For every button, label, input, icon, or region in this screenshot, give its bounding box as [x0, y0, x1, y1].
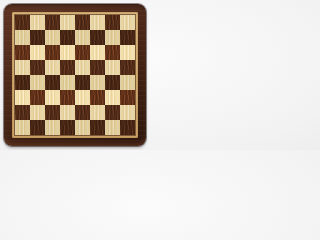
square-d6[interactable] [60, 45, 75, 60]
square-h1[interactable] [120, 120, 135, 135]
square-a2[interactable] [15, 105, 30, 120]
square-d5[interactable] [60, 60, 75, 75]
square-a6[interactable] [15, 45, 30, 60]
board-inner-border [12, 12, 138, 138]
square-c1[interactable] [45, 120, 60, 135]
square-b5[interactable] [30, 60, 45, 75]
square-h7[interactable] [120, 30, 135, 45]
square-d7[interactable] [60, 30, 75, 45]
square-b3[interactable] [30, 90, 45, 105]
chess-board[interactable] [4, 4, 146, 146]
square-c5[interactable] [45, 60, 60, 75]
square-e3[interactable] [75, 90, 90, 105]
square-g3[interactable] [105, 90, 120, 105]
square-c6[interactable] [45, 45, 60, 60]
square-e5[interactable] [75, 60, 90, 75]
square-f1[interactable] [90, 120, 105, 135]
square-a7[interactable] [15, 30, 30, 45]
square-a8[interactable] [15, 15, 30, 30]
square-b2[interactable] [30, 105, 45, 120]
square-a3[interactable] [15, 90, 30, 105]
square-e7[interactable] [75, 30, 90, 45]
square-f2[interactable] [90, 105, 105, 120]
square-g6[interactable] [105, 45, 120, 60]
square-f8[interactable] [90, 15, 105, 30]
square-e8[interactable] [75, 15, 90, 30]
square-a4[interactable] [15, 75, 30, 90]
square-h4[interactable] [120, 75, 135, 90]
square-b4[interactable] [30, 75, 45, 90]
square-b6[interactable] [30, 45, 45, 60]
square-f4[interactable] [90, 75, 105, 90]
square-e4[interactable] [75, 75, 90, 90]
square-g1[interactable] [105, 120, 120, 135]
square-f6[interactable] [90, 45, 105, 60]
square-h2[interactable] [120, 105, 135, 120]
square-b8[interactable] [30, 15, 45, 30]
square-d4[interactable] [60, 75, 75, 90]
square-h5[interactable] [120, 60, 135, 75]
board-grid [15, 15, 135, 135]
photo-background [0, 0, 150, 150]
square-f5[interactable] [90, 60, 105, 75]
square-e6[interactable] [75, 45, 90, 60]
square-h3[interactable] [120, 90, 135, 105]
square-d3[interactable] [60, 90, 75, 105]
square-g8[interactable] [105, 15, 120, 30]
square-c8[interactable] [45, 15, 60, 30]
square-g2[interactable] [105, 105, 120, 120]
square-d1[interactable] [60, 120, 75, 135]
square-g4[interactable] [105, 75, 120, 90]
square-a5[interactable] [15, 60, 30, 75]
square-e2[interactable] [75, 105, 90, 120]
square-b1[interactable] [30, 120, 45, 135]
square-a1[interactable] [15, 120, 30, 135]
square-f3[interactable] [90, 90, 105, 105]
square-c4[interactable] [45, 75, 60, 90]
square-b7[interactable] [30, 30, 45, 45]
square-c3[interactable] [45, 90, 60, 105]
square-d2[interactable] [60, 105, 75, 120]
square-g5[interactable] [105, 60, 120, 75]
square-g7[interactable] [105, 30, 120, 45]
square-h6[interactable] [120, 45, 135, 60]
square-c7[interactable] [45, 30, 60, 45]
square-f7[interactable] [90, 30, 105, 45]
square-c2[interactable] [45, 105, 60, 120]
square-h8[interactable] [120, 15, 135, 30]
square-e1[interactable] [75, 120, 90, 135]
square-d8[interactable] [60, 15, 75, 30]
